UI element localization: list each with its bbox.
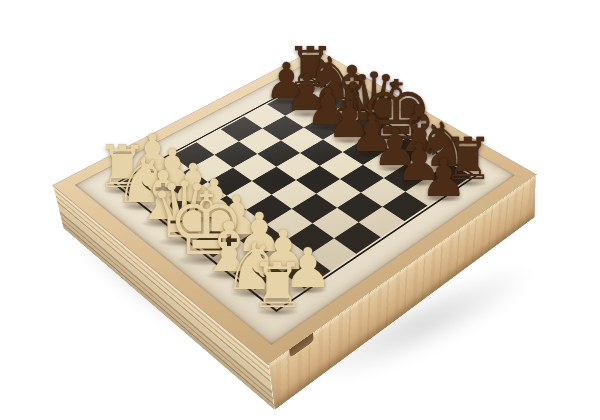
square-c2 — [182, 182, 227, 211]
square-f3 — [266, 209, 312, 240]
square-b1 — [137, 183, 182, 212]
square-g1 — [234, 256, 283, 290]
square-d1 — [174, 211, 220, 242]
chess-set-photo: ♜♞♝♛♚♝♞♜♟♟♟♟♟♟♟♟♟♟♟♟♟♟♟♟♜♞♝♛♚♝♞♜ — [0, 0, 600, 420]
square-h1 — [255, 272, 304, 307]
square-e2 — [220, 210, 266, 241]
square-h6 — [382, 192, 427, 222]
square-e1 — [193, 225, 240, 257]
square-g4 — [313, 208, 359, 239]
box-top-rim — [53, 49, 536, 364]
square-g2 — [261, 239, 309, 272]
square-f1 — [213, 241, 261, 274]
square-e4 — [272, 180, 317, 209]
square-g6 — [361, 178, 406, 207]
square-h5 — [359, 207, 405, 238]
square-g3 — [287, 223, 334, 255]
square-f4 — [292, 194, 337, 224]
square-f2 — [240, 224, 287, 256]
square-e3 — [246, 195, 291, 225]
square-h3 — [309, 238, 357, 271]
board-surface — [75, 59, 515, 345]
square-h4 — [334, 222, 381, 254]
square-f5 — [316, 179, 361, 208]
square-c1 — [155, 197, 201, 227]
square-d3 — [227, 181, 272, 210]
chess-box — [53, 49, 536, 364]
square-d2 — [201, 196, 247, 226]
square-h2 — [282, 255, 330, 289]
square-h7 — [405, 177, 449, 206]
square-g5 — [337, 193, 382, 223]
